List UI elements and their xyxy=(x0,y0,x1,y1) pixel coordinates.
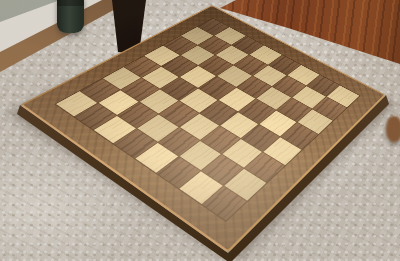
board-grid xyxy=(54,18,360,222)
room-photo xyxy=(0,0,400,261)
chess-board[interactable] xyxy=(20,5,386,253)
furniture-foot xyxy=(386,116,400,142)
green-furniture-leg xyxy=(57,0,84,33)
